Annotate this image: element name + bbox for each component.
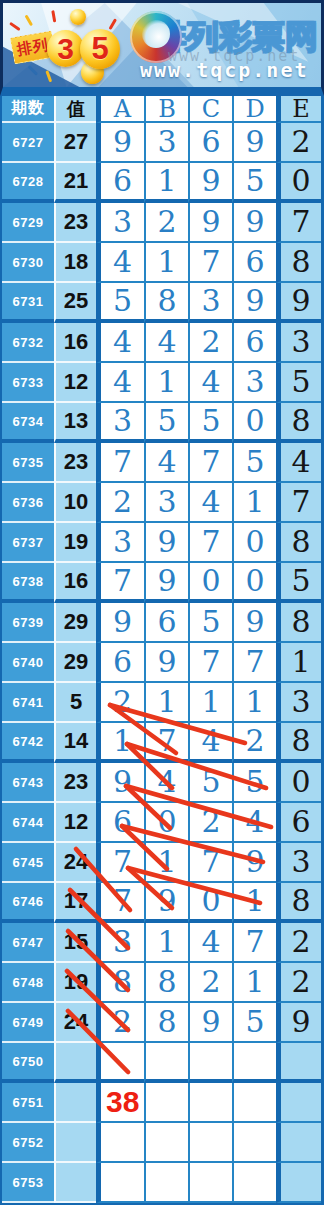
- cell-6738-C: 0: [188, 563, 232, 603]
- cell-6732-C: 2: [188, 323, 232, 363]
- cell-6727-A: 9: [96, 123, 144, 163]
- cell-6732-C-text: 2: [201, 327, 220, 357]
- cell-period-6745-text: 6745: [13, 855, 44, 870]
- cell-6732-E-text: 3: [291, 327, 310, 357]
- cell-6729-B: 2: [144, 203, 188, 243]
- cell-6740-B: 9: [144, 643, 188, 683]
- cell-value-6736: 10: [54, 483, 96, 523]
- note-38: 38: [101, 1085, 144, 1119]
- cell-value-6743-text: 23: [64, 769, 88, 795]
- cell-value-6746: 17: [54, 883, 96, 923]
- cell-6745-A: 7: [96, 843, 144, 883]
- cell-6738-B: 9: [144, 563, 188, 603]
- cell-6749-D-text: 5: [245, 1007, 264, 1037]
- cell-6730-E: 8: [276, 243, 321, 283]
- cell-6734-A-text: 3: [113, 406, 132, 436]
- cell-6748-A-text: 8: [113, 967, 132, 997]
- cell-6741-D-text: 1: [245, 687, 264, 717]
- cell-6750-E: [276, 1043, 321, 1083]
- cell-period-6730: 6730: [2, 243, 54, 283]
- cell-value-6750: [54, 1043, 96, 1083]
- cell-6741-B-text: 1: [157, 687, 176, 717]
- cell-6729-E-text: 7: [291, 207, 310, 237]
- col-header-A: A: [96, 96, 144, 123]
- cell-value-6748-text: 19: [64, 969, 88, 995]
- cell-value-6742: 14: [54, 723, 96, 763]
- cell-6742-A: 1: [96, 723, 144, 763]
- cell-6735-B: 4: [144, 443, 188, 483]
- cell-6733-C: 4: [188, 363, 232, 403]
- cell-6753-D: [232, 1163, 276, 1203]
- cell-6727-A-text: 9: [113, 127, 132, 157]
- cell-6734-D: 0: [232, 403, 276, 443]
- cell-period-6739: 6739: [2, 603, 54, 643]
- cell-6741-E: 3: [276, 683, 321, 723]
- cell-6741-C-text: 1: [201, 687, 220, 717]
- cell-6728-D: 5: [232, 163, 276, 203]
- cell-value-6727: 27: [54, 123, 96, 163]
- cell-6752-B: [144, 1123, 188, 1163]
- cell-value-6744-text: 12: [64, 809, 88, 835]
- cell-6737-C-text: 7: [201, 527, 220, 557]
- cell-6735-A-text: 7: [113, 447, 132, 477]
- cell-value-6741-text: 5: [70, 689, 82, 715]
- cell-6740-C: 7: [188, 643, 232, 683]
- cell-6737-A-text: 3: [113, 527, 132, 557]
- cell-period-6753-text: 6753: [13, 1175, 44, 1190]
- cell-6748-B-text: 8: [157, 967, 176, 997]
- cell-6740-D-text: 7: [245, 647, 264, 677]
- cell-6733-B: 1: [144, 363, 188, 403]
- cell-6745-C: 7: [188, 843, 232, 883]
- cell-6736-A: 2: [96, 483, 144, 523]
- cell-period-6738: 6738: [2, 563, 54, 603]
- cell-6736-E-text: 7: [291, 487, 310, 517]
- cell-value-6740-text: 29: [64, 649, 88, 675]
- cell-6728-E-text: 0: [291, 166, 310, 196]
- cell-6742-E: 8: [276, 723, 321, 763]
- cell-6751-A: 38: [96, 1083, 144, 1123]
- cell-6731-A: 5: [96, 283, 144, 323]
- cell-6741-B: 1: [144, 683, 188, 723]
- cell-6749-E-text: 9: [291, 1007, 310, 1037]
- cell-6741-E-text: 3: [291, 687, 310, 717]
- cell-period-6752: 6752: [2, 1123, 54, 1163]
- cell-value-6747-text: 15: [64, 929, 88, 955]
- cell-6745-B-text: 1: [157, 847, 176, 877]
- col-header-B-text: B: [158, 97, 176, 121]
- cell-6729-E: 7: [276, 203, 321, 243]
- cell-6750-B: [144, 1043, 188, 1083]
- cell-value-6751: [54, 1083, 96, 1123]
- cell-6728-B: 1: [144, 163, 188, 203]
- cell-6734-C-text: 5: [201, 406, 220, 436]
- cell-value-6736-text: 10: [64, 489, 88, 515]
- cell-6746-B-text: 9: [157, 886, 176, 916]
- cell-6731-C: 3: [188, 283, 232, 323]
- cell-value-6749: 24: [54, 1003, 96, 1043]
- cell-value-6729-text: 23: [64, 209, 88, 235]
- cell-6753-E: [276, 1163, 321, 1203]
- cell-period-6727-text: 6727: [13, 135, 44, 150]
- cell-6733-D: 3: [232, 363, 276, 403]
- cell-period-6750: 6750: [2, 1043, 54, 1083]
- cell-period-6747: 6747: [2, 923, 54, 963]
- cell-6748-D-text: 1: [245, 967, 264, 997]
- cell-6739-C: 5: [188, 603, 232, 643]
- cell-6749-C-text: 9: [201, 1007, 220, 1037]
- cell-period-6751: 6751: [2, 1083, 54, 1123]
- cell-period-6728-text: 6728: [13, 174, 44, 189]
- col-header-value-text: 值: [67, 97, 85, 121]
- cell-6739-B: 6: [144, 603, 188, 643]
- cell-value-6743: 23: [54, 763, 96, 803]
- cell-period-6749-text: 6749: [13, 1015, 44, 1030]
- col-header-E-text: E: [292, 97, 310, 121]
- decor-ball-icon: [70, 9, 86, 25]
- cell-6727-C-text: 6: [201, 127, 220, 157]
- cell-6739-D: 9: [232, 603, 276, 643]
- logo-digit-3: 3: [57, 32, 74, 66]
- logo-prefix-label: 排列: [16, 35, 51, 59]
- cell-6751-E: [276, 1083, 321, 1123]
- cell-6751-D: [232, 1083, 276, 1123]
- cell-period-6748-text: 6748: [13, 975, 44, 990]
- cell-6730-C-text: 7: [201, 247, 220, 277]
- cell-6746-E-text: 8: [291, 886, 310, 916]
- cell-6739-A: 9: [96, 603, 144, 643]
- cell-6736-D: 1: [232, 483, 276, 523]
- cell-6744-E-text: 6: [291, 807, 310, 837]
- cell-6749-A: 2: [96, 1003, 144, 1043]
- cell-6747-D: 7: [232, 923, 276, 963]
- cell-value-6735: 23: [54, 443, 96, 483]
- cell-6740-D: 7: [232, 643, 276, 683]
- cell-6744-D-text: 4: [245, 807, 264, 837]
- cell-value-6734-text: 13: [64, 408, 88, 434]
- cell-period-6744-text: 6744: [13, 815, 44, 830]
- cell-period-6745: 6745: [2, 843, 54, 883]
- col-header-D-text: D: [245, 97, 264, 121]
- cell-value-6728: 21: [54, 163, 96, 203]
- cell-6739-E: 8: [276, 603, 321, 643]
- cell-period-6742: 6742: [2, 723, 54, 763]
- cell-6731-C-text: 3: [201, 286, 220, 316]
- cell-6729-B-text: 2: [157, 207, 176, 237]
- cell-6734-C: 5: [188, 403, 232, 443]
- col-header-value: 值: [54, 96, 96, 123]
- cell-value-6745: 24: [54, 843, 96, 883]
- cell-6747-B-text: 1: [157, 927, 176, 957]
- cell-6739-C-text: 5: [201, 607, 220, 637]
- col-header-period-text: 期数: [12, 98, 45, 119]
- cell-6749-B: 8: [144, 1003, 188, 1043]
- cell-6735-E-text: 4: [291, 447, 310, 477]
- cell-6742-A-text: 1: [113, 726, 132, 756]
- cell-6729-D: 9: [232, 203, 276, 243]
- cell-6731-D: 9: [232, 283, 276, 323]
- cell-6746-E: 8: [276, 883, 321, 923]
- cell-6742-E-text: 8: [291, 726, 310, 756]
- cell-period-6741-text: 6741: [13, 695, 44, 710]
- cell-6749-D: 5: [232, 1003, 276, 1043]
- cell-6737-D-text: 0: [245, 527, 264, 557]
- cell-6745-D-text: 9: [245, 847, 264, 877]
- cell-6746-C-text: 0: [201, 886, 220, 916]
- cell-6745-C-text: 7: [201, 847, 220, 877]
- cell-6730-C: 7: [188, 243, 232, 283]
- cell-value-6748: 19: [54, 963, 96, 1003]
- cell-6737-B-text: 9: [157, 527, 176, 557]
- cell-period-6736: 6736: [2, 483, 54, 523]
- cell-value-6737-text: 19: [64, 529, 88, 555]
- cell-6727-E: 2: [276, 123, 321, 163]
- cell-6729-A-text: 3: [113, 207, 132, 237]
- cell-period-6729-text: 6729: [13, 215, 44, 230]
- cell-6747-D-text: 7: [245, 927, 264, 957]
- cell-period-6752-text: 6752: [13, 1135, 44, 1150]
- cell-6733-D-text: 3: [245, 367, 264, 397]
- cell-6734-E: 8: [276, 403, 321, 443]
- cell-6744-B: 0: [144, 803, 188, 843]
- cell-6744-E: 6: [276, 803, 321, 843]
- cell-value-6732-text: 16: [64, 329, 88, 355]
- col-header-A-text: A: [114, 97, 131, 121]
- cell-value-6729: 23: [54, 203, 96, 243]
- cell-6748-D: 1: [232, 963, 276, 1003]
- cell-6738-E-text: 5: [291, 566, 310, 596]
- cell-6749-C: 9: [188, 1003, 232, 1043]
- cell-6736-B-text: 3: [157, 487, 176, 517]
- cell-6743-E-text: 0: [291, 767, 310, 797]
- cell-value-6740: 29: [54, 643, 96, 683]
- cell-6748-E-text: 2: [291, 967, 310, 997]
- sunburst-ray: [25, 14, 33, 26]
- cell-6738-B-text: 9: [157, 566, 176, 596]
- cell-6732-E: 3: [276, 323, 321, 363]
- cell-6746-D: 1: [232, 883, 276, 923]
- cell-6744-B-text: 0: [157, 807, 176, 837]
- cell-6727-D-text: 9: [245, 127, 264, 157]
- cell-6736-E: 7: [276, 483, 321, 523]
- cell-value-6744: 12: [54, 803, 96, 843]
- cell-6736-B: 3: [144, 483, 188, 523]
- cell-value-6731: 25: [54, 283, 96, 323]
- cell-6738-D-text: 0: [245, 566, 264, 596]
- cell-6739-E-text: 8: [291, 607, 310, 637]
- cell-6753-C: [188, 1163, 232, 1203]
- cell-value-6738: 16: [54, 563, 96, 603]
- col-header-E: E: [276, 96, 321, 123]
- cell-6737-B: 9: [144, 523, 188, 563]
- cell-6737-E: 8: [276, 523, 321, 563]
- cell-6731-A-text: 5: [113, 286, 132, 316]
- cell-6752-C: [188, 1123, 232, 1163]
- cell-6743-A-text: 9: [113, 767, 132, 797]
- cell-6743-A: 9: [96, 763, 144, 803]
- cell-period-6728: 6728: [2, 163, 54, 203]
- cell-value-6731-text: 25: [64, 288, 88, 314]
- cell-6743-B: 4: [144, 763, 188, 803]
- cell-period-6753: 6753: [2, 1163, 54, 1203]
- cell-6728-A: 6: [96, 163, 144, 203]
- cell-6740-E-text: 1: [291, 647, 310, 677]
- cell-6733-E: 5: [276, 363, 321, 403]
- cell-6740-A: 6: [96, 643, 144, 683]
- cell-6746-A: 7: [96, 883, 144, 923]
- cell-period-6738-text: 6738: [13, 574, 44, 589]
- cell-period-6740: 6740: [2, 643, 54, 683]
- cell-6731-B-text: 8: [157, 286, 176, 316]
- cell-value-6734: 13: [54, 403, 96, 443]
- cell-6752-E: [276, 1123, 321, 1163]
- cell-6730-D: 6: [232, 243, 276, 283]
- trend-table: 期数值ABCDE67272793692672821619506729233299…: [0, 96, 324, 1205]
- cell-6730-D-text: 6: [245, 247, 264, 277]
- cell-6735-D: 5: [232, 443, 276, 483]
- cell-6731-E-text: 9: [291, 286, 310, 316]
- cell-6746-A-text: 7: [113, 886, 132, 916]
- col-header-C: C: [188, 96, 232, 123]
- cell-6746-C: 0: [188, 883, 232, 923]
- cell-6727-B: 3: [144, 123, 188, 163]
- cell-6745-B: 1: [144, 843, 188, 883]
- cell-6740-B-text: 9: [157, 647, 176, 677]
- cell-6746-D-text: 1: [245, 886, 264, 916]
- cell-value-6732: 16: [54, 323, 96, 363]
- cell-value-6728-text: 21: [64, 168, 88, 194]
- cell-value-6727-text: 27: [64, 129, 88, 155]
- cell-6753-B: [144, 1163, 188, 1203]
- cell-6727-D: 9: [232, 123, 276, 163]
- cell-period-6748: 6748: [2, 963, 54, 1003]
- cell-6736-A-text: 2: [113, 487, 132, 517]
- cell-period-6732: 6732: [2, 323, 54, 363]
- cell-value-6733-text: 12: [64, 369, 88, 395]
- cell-6730-E-text: 8: [291, 247, 310, 277]
- cell-6735-C-text: 7: [201, 447, 220, 477]
- cell-6739-D-text: 9: [245, 607, 264, 637]
- cell-6735-D-text: 5: [245, 447, 264, 477]
- cell-6732-D: 6: [232, 323, 276, 363]
- cell-6736-D-text: 1: [245, 487, 264, 517]
- cell-6734-A: 3: [96, 403, 144, 443]
- cell-6731-B: 8: [144, 283, 188, 323]
- cell-value-6742-text: 14: [64, 728, 88, 754]
- sunburst-ray: [9, 22, 20, 31]
- logo-digit-5: 5: [91, 31, 108, 67]
- cell-6742-C: 4: [188, 723, 232, 763]
- logo-ball-3: 3: [47, 30, 84, 67]
- cell-6744-A: 6: [96, 803, 144, 843]
- cell-period-6737-text: 6737: [13, 535, 44, 550]
- cell-6745-E: 3: [276, 843, 321, 883]
- cell-6750-D: [232, 1043, 276, 1083]
- cell-period-6743: 6743: [2, 763, 54, 803]
- cell-6729-C-text: 9: [201, 207, 220, 237]
- cell-period-6751-text: 6751: [13, 1095, 44, 1110]
- cell-value-6741: 5: [54, 683, 96, 723]
- cell-6728-E: 0: [276, 163, 321, 203]
- cell-6733-B-text: 1: [157, 367, 176, 397]
- cell-period-6737: 6737: [2, 523, 54, 563]
- cell-6731-E: 9: [276, 283, 321, 323]
- cell-period-6733-text: 6733: [13, 375, 44, 390]
- cell-period-6736-text: 6736: [13, 495, 44, 510]
- cell-6734-B: 5: [144, 403, 188, 443]
- cell-period-6741: 6741: [2, 683, 54, 723]
- cell-6728-B-text: 1: [157, 166, 176, 196]
- cell-6744-A-text: 6: [113, 807, 132, 837]
- cell-6737-D: 0: [232, 523, 276, 563]
- cell-6743-C-text: 5: [201, 767, 220, 797]
- cell-6740-A-text: 6: [113, 647, 132, 677]
- cell-6751-C: [188, 1083, 232, 1123]
- logo-ball-5: 5: [80, 29, 120, 69]
- cell-value-6749-text: 24: [64, 1009, 88, 1035]
- cell-value-6737: 19: [54, 523, 96, 563]
- cell-6738-E: 5: [276, 563, 321, 603]
- cell-6745-E-text: 3: [291, 847, 310, 877]
- col-header-B: B: [144, 96, 188, 123]
- cell-value-6730: 18: [54, 243, 96, 283]
- banner: 排列 3 5 排列彩票网 www.tqcp.net www.tqcp.net: [0, 0, 324, 96]
- cell-6737-E-text: 8: [291, 527, 310, 557]
- cell-6746-B: 9: [144, 883, 188, 923]
- cell-6743-E: 0: [276, 763, 321, 803]
- cell-period-6731: 6731: [2, 283, 54, 323]
- cell-period-6750-text: 6750: [13, 1054, 44, 1069]
- cell-6753-A: [96, 1163, 144, 1203]
- cell-6734-B-text: 5: [157, 406, 176, 436]
- cell-period-6727: 6727: [2, 123, 54, 163]
- lottery-trend-page: 排列 3 5 排列彩票网 www.tqcp.net www.tqcp.net 期…: [0, 0, 324, 1205]
- cell-6750-C: [188, 1043, 232, 1083]
- cell-period-6743-text: 6743: [13, 775, 44, 790]
- cell-6727-E-text: 2: [291, 127, 310, 157]
- cell-6732-B: 4: [144, 323, 188, 363]
- cell-period-6747-text: 6747: [13, 935, 44, 950]
- cell-6747-A: 3: [96, 923, 144, 963]
- cell-period-6734-text: 6734: [13, 414, 44, 429]
- cell-period-6733: 6733: [2, 363, 54, 403]
- cell-6744-D: 4: [232, 803, 276, 843]
- cell-6743-D-text: 5: [245, 767, 264, 797]
- cell-6733-A: 4: [96, 363, 144, 403]
- col-header-period: 期数: [2, 96, 54, 123]
- cell-6734-E-text: 8: [291, 406, 310, 436]
- cell-6728-D-text: 5: [245, 166, 264, 196]
- cell-value-6735-text: 23: [64, 449, 88, 475]
- col-header-D: D: [232, 96, 276, 123]
- cell-6741-D: 1: [232, 683, 276, 723]
- cell-6732-D-text: 6: [245, 327, 264, 357]
- cell-value-6739: 29: [54, 603, 96, 643]
- cell-period-6735-text: 6735: [13, 455, 44, 470]
- cell-6737-C: 7: [188, 523, 232, 563]
- cell-6735-B-text: 4: [157, 447, 176, 477]
- cell-6752-D: [232, 1123, 276, 1163]
- cell-6728-A-text: 6: [113, 166, 132, 196]
- cell-6748-E: 2: [276, 963, 321, 1003]
- cell-6747-C-text: 4: [201, 927, 220, 957]
- cell-6748-C-text: 2: [201, 967, 220, 997]
- cell-value-6739-text: 29: [64, 609, 88, 635]
- cell-6740-C-text: 7: [201, 647, 220, 677]
- cell-6739-A-text: 9: [113, 607, 132, 637]
- cell-6731-D-text: 9: [245, 286, 264, 316]
- cell-6748-A: 8: [96, 963, 144, 1003]
